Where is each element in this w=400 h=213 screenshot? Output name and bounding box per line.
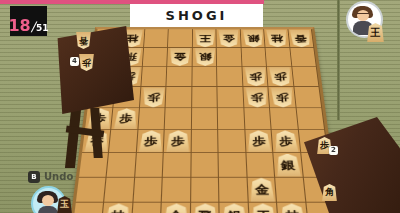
board-cell-6e[interactable]: [165, 108, 192, 130]
board-cell-6c[interactable]: [167, 67, 193, 87]
board-cell-2g[interactable]: 銀: [273, 153, 303, 177]
gote-l-piece[interactable]: 香: [290, 30, 313, 47]
gote-p-piece[interactable]: 歩: [142, 87, 165, 107]
board-cell-5e[interactable]: [192, 108, 219, 130]
board-cell-7b[interactable]: [143, 48, 169, 67]
sente-g-piece[interactable]: 金: [249, 178, 275, 202]
board-cell-5c[interactable]: [192, 67, 217, 87]
gote-hand-p[interactable]: 歩: [79, 54, 94, 71]
sente-p-piece[interactable]: 歩: [274, 130, 299, 152]
sente-r-piece[interactable]: 飛: [193, 203, 218, 213]
board-cell-5d[interactable]: [192, 87, 218, 108]
gote-hand-l[interactable]: 香: [76, 32, 91, 49]
gote-g-piece[interactable]: 金: [169, 48, 191, 66]
board-cell-4b[interactable]: [217, 48, 242, 67]
board-cell-3e[interactable]: [244, 108, 272, 130]
undo-button[interactable]: B Undo: [28, 170, 73, 183]
sente-n-piece[interactable]: 桂: [104, 203, 131, 213]
board-cell-6h[interactable]: [162, 177, 191, 203]
board-cell-6g[interactable]: [163, 153, 191, 177]
player-king-badge: 玉: [57, 196, 72, 213]
board-cell-3d[interactable]: 歩: [243, 87, 270, 108]
board-cell-1c[interactable]: [292, 67, 320, 87]
board-cell-3g[interactable]: [246, 153, 275, 177]
board-cell-9i[interactable]: [72, 203, 104, 213]
sente-p-piece[interactable]: 歩: [247, 130, 272, 152]
board-cell-8g[interactable]: [107, 153, 137, 177]
board-cell-3i[interactable]: 玉: [248, 203, 279, 213]
board-cell-5g[interactable]: [191, 153, 219, 177]
board-cell-7c[interactable]: [141, 67, 167, 87]
board-cell-7g[interactable]: [135, 153, 164, 177]
board-cell-6i[interactable]: 金: [161, 203, 191, 213]
board-cell-6d[interactable]: [166, 87, 192, 108]
board-cell-8i[interactable]: 桂: [102, 203, 133, 213]
game-number: 18: [8, 18, 30, 34]
board-cell-3f[interactable]: 歩: [245, 130, 273, 153]
b-button-icon: B: [28, 171, 40, 183]
board-cell-4f[interactable]: [218, 130, 246, 153]
board-cell-4a[interactable]: 金: [217, 29, 242, 47]
board-cell-5h[interactable]: [191, 177, 220, 203]
board-cell-2e[interactable]: [270, 108, 298, 130]
gote-p-piece[interactable]: 歩: [244, 67, 267, 86]
sente-p-piece[interactable]: 歩: [114, 108, 138, 129]
gote-piece-stand: [56, 26, 134, 114]
undo-label: Undo: [44, 171, 73, 182]
board-cell-7a[interactable]: [144, 29, 169, 47]
gote-g-piece[interactable]: 金: [218, 30, 239, 47]
shogi-game-screen: 桂王金銀桂香香飛金銀歩歩歩歩歩歩歩歩歩香歩歩歩歩銀金桂金飛銀玉桂 18 / 51…: [0, 0, 400, 213]
board-cell-4i[interactable]: 銀: [220, 203, 250, 213]
board-cell-2c[interactable]: 歩: [267, 67, 294, 87]
board-cell-8e[interactable]: 歩: [112, 108, 140, 130]
board-cell-2f[interactable]: 歩: [272, 130, 301, 153]
board-cell-7e[interactable]: [138, 108, 166, 130]
opponent-king-badge: 王: [367, 23, 384, 42]
board-cell-4h[interactable]: [219, 177, 248, 203]
board-cell-1d[interactable]: [294, 87, 322, 108]
gote-s-piece[interactable]: 銀: [242, 30, 264, 47]
sente-s-piece[interactable]: 銀: [275, 154, 301, 177]
sente-hand-b[interactable]: 角: [322, 184, 337, 201]
board-cell-3c[interactable]: 歩: [242, 67, 268, 87]
gote-p-piece[interactable]: 歩: [245, 87, 268, 107]
sente-p-piece[interactable]: 歩: [166, 130, 190, 152]
board-cell-3b[interactable]: [241, 48, 267, 67]
gote-p-piece[interactable]: 歩: [270, 87, 294, 107]
gote-n-piece[interactable]: 桂: [266, 30, 288, 47]
board-cell-5b[interactable]: 銀: [192, 48, 217, 67]
board-cell-1a[interactable]: 香: [288, 29, 314, 47]
board-cell-9h[interactable]: [76, 177, 107, 203]
board-cell-1e[interactable]: [296, 108, 325, 130]
games-total: 51: [36, 24, 49, 33]
board-cell-7f[interactable]: 歩: [137, 130, 165, 153]
board-cell-7i[interactable]: [131, 203, 162, 213]
tatami-seam: [337, 0, 340, 120]
board-cell-4c[interactable]: [217, 67, 243, 87]
board-cell-5a[interactable]: 王: [193, 29, 217, 47]
board-cell-2i[interactable]: 桂: [277, 203, 309, 213]
board-cell-4e[interactable]: [218, 108, 245, 130]
sente-n-piece[interactable]: 桂: [279, 203, 306, 213]
board-cell-8f[interactable]: [109, 130, 138, 153]
gote-p-piece[interactable]: 歩: [269, 67, 292, 86]
board-cell-7d[interactable]: 歩: [140, 87, 167, 108]
game-title: SHOGI: [166, 8, 228, 23]
board-cell-2d[interactable]: 歩: [269, 87, 297, 108]
board-cell-8h[interactable]: [105, 177, 136, 203]
board-cell-4g[interactable]: [219, 153, 247, 177]
board-cell-5i[interactable]: 飛: [191, 203, 221, 213]
board-cell-2h[interactable]: [275, 177, 306, 203]
avatar-body: [38, 206, 58, 213]
title-banner: SHOGI: [130, 4, 263, 27]
board-cell-2b[interactable]: [266, 48, 292, 67]
sente-g-piece[interactable]: 金: [163, 203, 189, 213]
capture-count-badge: 4: [70, 57, 79, 66]
board-cell-3h[interactable]: 金: [247, 177, 277, 203]
sente-k-piece[interactable]: 玉: [250, 203, 277, 213]
board-cell-3a[interactable]: 銀: [240, 29, 265, 47]
sente-p-piece[interactable]: 歩: [139, 130, 163, 152]
board-cell-6b[interactable]: 金: [167, 48, 192, 67]
gote-K-piece[interactable]: 王: [194, 30, 215, 47]
board-cell-7h[interactable]: [133, 177, 163, 203]
gote-s-piece[interactable]: 銀: [194, 48, 215, 66]
board-cell-4d[interactable]: [218, 87, 244, 108]
avatar-glasses: [357, 13, 369, 17]
game-counter: 18 / 51: [10, 6, 47, 36]
sente-s-piece[interactable]: 銀: [222, 203, 248, 213]
capture-count-badge: 2: [329, 146, 338, 155]
board-cell-5f[interactable]: [191, 130, 218, 153]
board-cell-6f[interactable]: 歩: [164, 130, 192, 153]
board-cell-6a[interactable]: [168, 29, 193, 47]
avatar-face: [42, 195, 54, 206]
board-cell-2a[interactable]: 桂: [264, 29, 290, 47]
board-cell-1b[interactable]: [290, 48, 317, 67]
